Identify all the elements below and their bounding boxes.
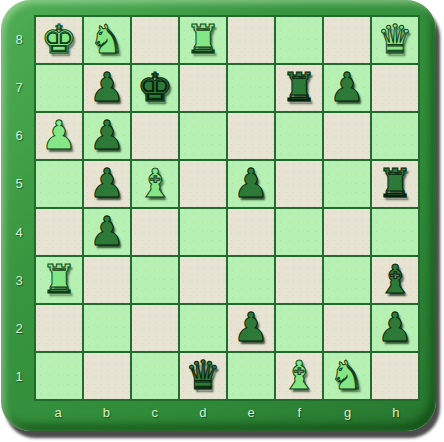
white-pawn-piece[interactable]: ♟ bbox=[41, 113, 77, 157]
square-c3[interactable] bbox=[132, 257, 178, 303]
black-pawn-piece[interactable]: ♟ bbox=[233, 305, 269, 349]
black-pawn-piece[interactable]: ♟ bbox=[89, 65, 125, 109]
square-f7[interactable]: ♜ bbox=[276, 65, 322, 111]
square-b7[interactable]: ♟ bbox=[84, 65, 130, 111]
square-e8[interactable] bbox=[228, 17, 274, 63]
square-d7[interactable] bbox=[180, 65, 226, 111]
square-a8[interactable]: ♚ bbox=[36, 17, 82, 63]
black-bishop-piece[interactable]: ♝ bbox=[377, 257, 413, 301]
square-g7[interactable]: ♟ bbox=[324, 65, 370, 111]
square-d3[interactable] bbox=[180, 257, 226, 303]
square-b8[interactable]: ♞ bbox=[84, 17, 130, 63]
square-e5[interactable]: ♟ bbox=[228, 161, 274, 207]
square-b2[interactable] bbox=[84, 305, 130, 351]
square-g4[interactable] bbox=[324, 209, 370, 255]
white-king-piece[interactable]: ♚ bbox=[41, 17, 77, 61]
black-rook-piece[interactable]: ♜ bbox=[281, 65, 317, 109]
rank-label-3: 3 bbox=[8, 256, 30, 304]
square-h2[interactable]: ♟ bbox=[372, 305, 418, 351]
white-bishop-piece[interactable]: ♝ bbox=[137, 161, 173, 205]
square-e6[interactable] bbox=[228, 113, 274, 159]
square-f5[interactable] bbox=[276, 161, 322, 207]
square-a1[interactable] bbox=[36, 353, 82, 399]
square-a2[interactable] bbox=[36, 305, 82, 351]
square-b4[interactable]: ♟ bbox=[84, 209, 130, 255]
rank-label-2: 2 bbox=[8, 305, 30, 353]
square-d5[interactable] bbox=[180, 161, 226, 207]
white-knight-piece[interactable]: ♞ bbox=[329, 353, 365, 397]
black-king-piece[interactable]: ♚ bbox=[137, 65, 173, 109]
black-pawn-piece[interactable]: ♟ bbox=[377, 305, 413, 349]
white-bishop-piece[interactable]: ♝ bbox=[281, 353, 317, 397]
file-label-e: e bbox=[227, 401, 275, 423]
chess-app: 87654321 abcdefgh ♚♞♜♛♟♚♜♟♟♟♟♝♟♜♟♜♝♟♟♛♝♞ bbox=[0, 0, 444, 442]
square-a3[interactable]: ♜ bbox=[36, 257, 82, 303]
file-label-h: h bbox=[372, 401, 420, 423]
square-f2[interactable] bbox=[276, 305, 322, 351]
rank-label-4: 4 bbox=[8, 208, 30, 256]
square-h7[interactable] bbox=[372, 65, 418, 111]
black-rook-piece[interactable]: ♜ bbox=[377, 161, 413, 205]
square-c2[interactable] bbox=[132, 305, 178, 351]
square-f8[interactable] bbox=[276, 17, 322, 63]
square-g8[interactable] bbox=[324, 17, 370, 63]
file-label-c: c bbox=[131, 401, 179, 423]
square-d6[interactable] bbox=[180, 113, 226, 159]
square-e2[interactable]: ♟ bbox=[228, 305, 274, 351]
square-h1[interactable] bbox=[372, 353, 418, 399]
file-label-a: a bbox=[34, 401, 82, 423]
square-b1[interactable] bbox=[84, 353, 130, 399]
square-e1[interactable] bbox=[228, 353, 274, 399]
square-g6[interactable] bbox=[324, 113, 370, 159]
square-c6[interactable] bbox=[132, 113, 178, 159]
black-pawn-piece[interactable]: ♟ bbox=[329, 65, 365, 109]
white-rook-piece[interactable]: ♜ bbox=[41, 257, 77, 301]
file-label-b: b bbox=[82, 401, 130, 423]
square-a7[interactable] bbox=[36, 65, 82, 111]
square-b3[interactable] bbox=[84, 257, 130, 303]
square-c5[interactable]: ♝ bbox=[132, 161, 178, 207]
square-a6[interactable]: ♟ bbox=[36, 113, 82, 159]
square-d1[interactable]: ♛ bbox=[180, 353, 226, 399]
square-h5[interactable]: ♜ bbox=[372, 161, 418, 207]
square-d4[interactable] bbox=[180, 209, 226, 255]
square-g2[interactable] bbox=[324, 305, 370, 351]
square-h8[interactable]: ♛ bbox=[372, 17, 418, 63]
square-g3[interactable] bbox=[324, 257, 370, 303]
square-d8[interactable]: ♜ bbox=[180, 17, 226, 63]
square-c7[interactable]: ♚ bbox=[132, 65, 178, 111]
square-c1[interactable] bbox=[132, 353, 178, 399]
square-b5[interactable]: ♟ bbox=[84, 161, 130, 207]
square-d2[interactable] bbox=[180, 305, 226, 351]
file-label-f: f bbox=[275, 401, 323, 423]
file-label-g: g bbox=[324, 401, 372, 423]
square-f1[interactable]: ♝ bbox=[276, 353, 322, 399]
square-h4[interactable] bbox=[372, 209, 418, 255]
square-b6[interactable]: ♟ bbox=[84, 113, 130, 159]
square-a5[interactable] bbox=[36, 161, 82, 207]
square-e3[interactable] bbox=[228, 257, 274, 303]
rank-label-8: 8 bbox=[8, 15, 30, 63]
rank-label-7: 7 bbox=[8, 63, 30, 111]
black-pawn-piece[interactable]: ♟ bbox=[89, 113, 125, 157]
white-rook-piece[interactable]: ♜ bbox=[185, 17, 221, 61]
square-h3[interactable]: ♝ bbox=[372, 257, 418, 303]
black-pawn-piece[interactable]: ♟ bbox=[233, 161, 269, 205]
rank-label-6: 6 bbox=[8, 112, 30, 160]
rank-label-1: 1 bbox=[8, 353, 30, 401]
square-g1[interactable]: ♞ bbox=[324, 353, 370, 399]
white-queen-piece[interactable]: ♛ bbox=[377, 17, 413, 61]
file-label-d: d bbox=[179, 401, 227, 423]
black-pawn-piece[interactable]: ♟ bbox=[89, 161, 125, 205]
white-knight-piece[interactable]: ♞ bbox=[89, 17, 125, 61]
black-pawn-piece[interactable]: ♟ bbox=[89, 209, 125, 253]
square-f6[interactable] bbox=[276, 113, 322, 159]
square-c4[interactable] bbox=[132, 209, 178, 255]
square-f3[interactable] bbox=[276, 257, 322, 303]
square-f4[interactable] bbox=[276, 209, 322, 255]
file-labels: abcdefgh bbox=[34, 401, 420, 423]
square-e7[interactable] bbox=[228, 65, 274, 111]
black-queen-piece[interactable]: ♛ bbox=[185, 353, 221, 397]
square-a4[interactable] bbox=[36, 209, 82, 255]
rank-labels: 87654321 bbox=[8, 15, 30, 401]
square-c8[interactable] bbox=[132, 17, 178, 63]
rank-label-5: 5 bbox=[8, 160, 30, 208]
chess-board: ♚♞♜♛♟♚♜♟♟♟♟♝♟♜♟♜♝♟♟♛♝♞ bbox=[34, 15, 420, 401]
square-g5[interactable] bbox=[324, 161, 370, 207]
square-e4[interactable] bbox=[228, 209, 274, 255]
square-h6[interactable] bbox=[372, 113, 418, 159]
